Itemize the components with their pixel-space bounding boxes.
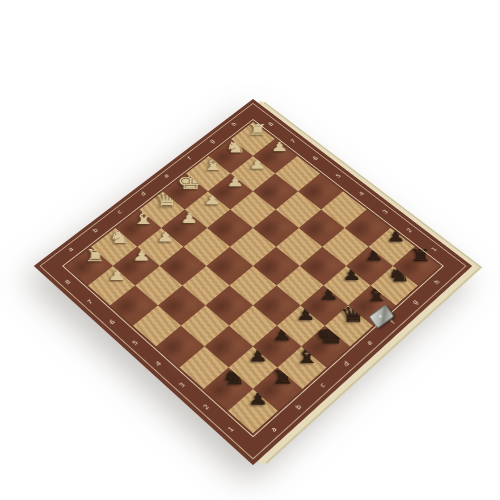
rank-label: 4 — [152, 358, 165, 370]
board-tilt: ♜♞♝♛♚♝♞♜♟♟♟♟♟♟♟♟♞♟♟♟♟♟♟♟♟♜♝♚♛♝♞♜ aa11bb2… — [34, 99, 472, 465]
file-label: a — [267, 424, 281, 436]
rank-label: 5 — [129, 338, 142, 349]
file-label: h — [431, 277, 444, 288]
board-squares: ♜♞♝♛♚♝♞♜♟♟♟♟♟♟♟♟♞♟♟♟♟♟♟♟♟♜♝♚♛♝♞♜ — [66, 122, 439, 433]
rank-label: 2 — [404, 226, 416, 236]
file-label: b — [90, 226, 103, 236]
file-label: c — [317, 380, 330, 392]
rank-label: 3 — [380, 207, 392, 217]
rank-label: 8 — [266, 120, 278, 129]
rank-label: 1 — [225, 424, 239, 436]
file-label: h — [229, 120, 241, 129]
rank-label: 7 — [288, 137, 300, 146]
file-label: f — [184, 154, 196, 163]
rank-label: 5 — [333, 171, 345, 181]
file-label: g — [206, 137, 218, 146]
piece-wR-h8: ♜ — [227, 118, 287, 142]
file-label: b — [292, 402, 306, 414]
file-label: g — [409, 297, 422, 308]
rank-label: 8 — [62, 277, 75, 288]
rank-label: 4 — [356, 189, 368, 199]
rank-label: 6 — [106, 317, 119, 328]
product-photo-scene: ♜♞♝♛♚♝♞♜♟♟♟♟♟♟♟♟♞♟♟♟♟♟♟♟♟♜♝♚♛♝♞♜ aa11bb2… — [0, 0, 500, 500]
file-label: a — [65, 245, 78, 255]
board-frame: ♜♞♝♛♚♝♞♜♟♟♟♟♟♟♟♟♞♟♟♟♟♟♟♟♟♜♝♚♛♝♞♜ aa11bb2… — [34, 99, 472, 465]
rank-label: 6 — [310, 154, 322, 163]
chessboard: ♜♞♝♛♚♝♞♜♟♟♟♟♟♟♟♟♞♟♟♟♟♟♟♟♟♜♝♚♛♝♞♜ aa11bb2… — [98, 111, 408, 421]
file-label: e — [364, 338, 377, 349]
rank-label: 1 — [428, 245, 441, 255]
rank-label: 7 — [84, 297, 97, 308]
file-label: d — [138, 189, 150, 199]
rank-label: 3 — [176, 380, 190, 392]
rank-label: 2 — [200, 402, 214, 414]
file-label: e — [161, 171, 173, 181]
file-label: d — [340, 358, 353, 370]
file-label: c — [114, 207, 126, 217]
